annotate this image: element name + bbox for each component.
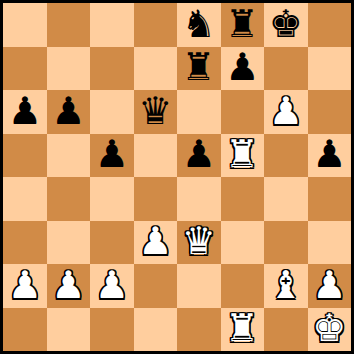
square-a7[interactable]	[3, 47, 47, 91]
square-c6[interactable]	[90, 90, 134, 134]
square-c7[interactable]	[90, 47, 134, 91]
black-pawn-icon: ♟	[8, 92, 42, 130]
square-c8[interactable]	[90, 3, 134, 47]
white-pawn-icon: ♟	[138, 222, 172, 260]
square-g5[interactable]	[264, 134, 308, 178]
black-pawn-icon: ♟	[225, 48, 259, 86]
square-e5[interactable]: ♟	[177, 134, 221, 178]
chess-board: ♞♜♚♜♟♟♟♛♟♟♟♜♟♟♛♟♟♟♝♟♜♚	[0, 0, 354, 354]
square-c1[interactable]	[90, 308, 134, 352]
square-h4[interactable]	[308, 177, 352, 221]
square-a8[interactable]	[3, 3, 47, 47]
square-f3[interactable]	[221, 221, 265, 265]
square-g4[interactable]	[264, 177, 308, 221]
square-c2[interactable]: ♟	[90, 264, 134, 308]
square-e8[interactable]: ♞	[177, 3, 221, 47]
square-g3[interactable]	[264, 221, 308, 265]
black-pawn-icon: ♟	[51, 92, 85, 130]
square-h5[interactable]: ♟	[308, 134, 352, 178]
square-f8[interactable]: ♜	[221, 3, 265, 47]
square-b7[interactable]	[47, 47, 91, 91]
square-f5[interactable]: ♜	[221, 134, 265, 178]
white-pawn-icon: ♟	[8, 266, 42, 304]
black-king-icon: ♚	[269, 5, 303, 43]
square-d3[interactable]: ♟	[134, 221, 178, 265]
white-rook-icon: ♜	[225, 309, 259, 347]
white-king-icon: ♚	[312, 309, 346, 347]
white-pawn-icon: ♟	[312, 266, 346, 304]
square-b5[interactable]	[47, 134, 91, 178]
square-h7[interactable]	[308, 47, 352, 91]
square-g6[interactable]: ♟	[264, 90, 308, 134]
square-g1[interactable]	[264, 308, 308, 352]
white-pawn-icon: ♟	[95, 266, 129, 304]
square-g7[interactable]	[264, 47, 308, 91]
square-g2[interactable]: ♝	[264, 264, 308, 308]
square-h6[interactable]	[308, 90, 352, 134]
square-b3[interactable]	[47, 221, 91, 265]
square-a3[interactable]	[3, 221, 47, 265]
black-pawn-icon: ♟	[312, 135, 346, 173]
square-e1[interactable]	[177, 308, 221, 352]
square-a2[interactable]: ♟	[3, 264, 47, 308]
black-queen-icon: ♛	[138, 92, 172, 130]
square-c5[interactable]: ♟	[90, 134, 134, 178]
square-a6[interactable]: ♟	[3, 90, 47, 134]
square-f2[interactable]	[221, 264, 265, 308]
square-h2[interactable]: ♟	[308, 264, 352, 308]
square-f6[interactable]	[221, 90, 265, 134]
black-pawn-icon: ♟	[182, 135, 216, 173]
square-f1[interactable]: ♜	[221, 308, 265, 352]
square-h3[interactable]	[308, 221, 352, 265]
square-a1[interactable]	[3, 308, 47, 352]
square-c4[interactable]	[90, 177, 134, 221]
square-e7[interactable]: ♜	[177, 47, 221, 91]
black-rook-icon: ♜	[225, 5, 259, 43]
black-pawn-icon: ♟	[95, 135, 129, 173]
square-d7[interactable]	[134, 47, 178, 91]
square-a4[interactable]	[3, 177, 47, 221]
black-rook-icon: ♜	[182, 48, 216, 86]
square-b6[interactable]: ♟	[47, 90, 91, 134]
square-d2[interactable]	[134, 264, 178, 308]
square-b8[interactable]	[47, 3, 91, 47]
square-f4[interactable]	[221, 177, 265, 221]
square-h1[interactable]: ♚	[308, 308, 352, 352]
square-d4[interactable]	[134, 177, 178, 221]
white-rook-icon: ♜	[225, 135, 259, 173]
square-c3[interactable]	[90, 221, 134, 265]
square-e6[interactable]	[177, 90, 221, 134]
white-pawn-icon: ♟	[51, 266, 85, 304]
square-e2[interactable]	[177, 264, 221, 308]
square-a5[interactable]	[3, 134, 47, 178]
square-f7[interactable]: ♟	[221, 47, 265, 91]
square-h8[interactable]	[308, 3, 352, 47]
square-e3[interactable]: ♛	[177, 221, 221, 265]
white-bishop-icon: ♝	[269, 266, 303, 304]
white-queen-icon: ♛	[182, 222, 216, 260]
square-e4[interactable]	[177, 177, 221, 221]
square-d5[interactable]	[134, 134, 178, 178]
white-pawn-icon: ♟	[269, 92, 303, 130]
square-b4[interactable]	[47, 177, 91, 221]
square-d6[interactable]: ♛	[134, 90, 178, 134]
square-b1[interactable]	[47, 308, 91, 352]
square-d8[interactable]	[134, 3, 178, 47]
square-b2[interactable]: ♟	[47, 264, 91, 308]
square-g8[interactable]: ♚	[264, 3, 308, 47]
square-d1[interactable]	[134, 308, 178, 352]
black-knight-icon: ♞	[182, 5, 216, 43]
